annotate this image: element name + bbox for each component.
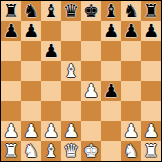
square-h5[interactable] (141, 61, 161, 81)
piece-black-pawn[interactable]: ♟ (23, 21, 39, 41)
piece-black-pawn[interactable]: ♟ (103, 21, 119, 41)
piece-black-bishop[interactable]: ♝ (103, 1, 119, 21)
square-d7[interactable] (61, 21, 81, 41)
square-e3[interactable] (81, 101, 101, 121)
piece-white-knight[interactable]: ♞ (23, 141, 39, 161)
square-b5[interactable] (21, 61, 41, 81)
piece-white-pawn[interactable]: ♟ (43, 121, 59, 141)
chess-board: ♜♞♝♛♚♝♞♜♟♟♟♟♟♟♝♟♟♟♟♟♟♟♟♜♞♝♛♚♞♜ (1, 1, 161, 161)
piece-white-king[interactable]: ♚ (83, 141, 99, 161)
square-h3[interactable] (141, 101, 161, 121)
square-h1[interactable]: ♜ (141, 141, 161, 161)
square-g5[interactable] (121, 61, 141, 81)
square-d6[interactable] (61, 41, 81, 61)
square-f5[interactable] (101, 61, 121, 81)
piece-white-bishop[interactable]: ♝ (43, 141, 59, 161)
piece-black-king[interactable]: ♚ (83, 1, 99, 21)
square-g2[interactable]: ♟ (121, 121, 141, 141)
square-d1[interactable]: ♛ (61, 141, 81, 161)
square-b1[interactable]: ♞ (21, 141, 41, 161)
square-e4[interactable]: ♟ (81, 81, 101, 101)
square-f3[interactable] (101, 101, 121, 121)
square-e7[interactable] (81, 21, 101, 41)
piece-black-pawn[interactable]: ♟ (103, 81, 119, 101)
piece-black-pawn[interactable]: ♟ (3, 21, 19, 41)
square-e2[interactable] (81, 121, 101, 141)
square-e5[interactable] (81, 61, 101, 81)
chess-board-frame: ♜♞♝♛♚♝♞♜♟♟♟♟♟♟♝♟♟♟♟♟♟♟♟♜♞♝♛♚♞♜ (0, 0, 162, 162)
square-c6[interactable]: ♟ (41, 41, 61, 61)
square-a4[interactable] (1, 81, 21, 101)
square-a2[interactable]: ♟ (1, 121, 21, 141)
square-c3[interactable] (41, 101, 61, 121)
square-a3[interactable] (1, 101, 21, 121)
piece-white-rook[interactable]: ♜ (3, 141, 19, 161)
square-c8[interactable]: ♝ (41, 1, 61, 21)
square-b7[interactable]: ♟ (21, 21, 41, 41)
square-g8[interactable]: ♞ (121, 1, 141, 21)
piece-black-knight[interactable]: ♞ (23, 1, 39, 21)
square-a1[interactable]: ♜ (1, 141, 21, 161)
square-c1[interactable]: ♝ (41, 141, 61, 161)
square-g6[interactable] (121, 41, 141, 61)
square-a8[interactable]: ♜ (1, 1, 21, 21)
piece-white-bishop[interactable]: ♝ (63, 61, 79, 81)
square-g3[interactable] (121, 101, 141, 121)
square-d2[interactable]: ♟ (61, 121, 81, 141)
square-f8[interactable]: ♝ (101, 1, 121, 21)
square-c2[interactable]: ♟ (41, 121, 61, 141)
piece-black-rook[interactable]: ♜ (3, 1, 19, 21)
piece-white-pawn[interactable]: ♟ (83, 81, 99, 101)
square-b4[interactable] (21, 81, 41, 101)
square-h7[interactable]: ♟ (141, 21, 161, 41)
square-d4[interactable] (61, 81, 81, 101)
piece-white-pawn[interactable]: ♟ (23, 121, 39, 141)
square-f6[interactable] (101, 41, 121, 61)
square-b6[interactable] (21, 41, 41, 61)
square-d3[interactable] (61, 101, 81, 121)
square-g4[interactable] (121, 81, 141, 101)
square-b8[interactable]: ♞ (21, 1, 41, 21)
square-e6[interactable] (81, 41, 101, 61)
square-d5[interactable]: ♝ (61, 61, 81, 81)
square-h4[interactable] (141, 81, 161, 101)
square-b2[interactable]: ♟ (21, 121, 41, 141)
square-f1[interactable] (101, 141, 121, 161)
square-a7[interactable]: ♟ (1, 21, 21, 41)
piece-white-queen[interactable]: ♛ (63, 141, 79, 161)
piece-white-pawn[interactable]: ♟ (123, 121, 139, 141)
piece-white-rook[interactable]: ♜ (143, 141, 159, 161)
square-g7[interactable]: ♟ (121, 21, 141, 41)
piece-white-pawn[interactable]: ♟ (3, 121, 19, 141)
piece-black-rook[interactable]: ♜ (143, 1, 159, 21)
square-f2[interactable] (101, 121, 121, 141)
piece-black-knight[interactable]: ♞ (123, 1, 139, 21)
square-c4[interactable] (41, 81, 61, 101)
square-e8[interactable]: ♚ (81, 1, 101, 21)
square-c7[interactable] (41, 21, 61, 41)
square-g1[interactable]: ♞ (121, 141, 141, 161)
square-e1[interactable]: ♚ (81, 141, 101, 161)
square-h2[interactable]: ♟ (141, 121, 161, 141)
square-h8[interactable]: ♜ (141, 1, 161, 21)
square-b3[interactable] (21, 101, 41, 121)
square-h6[interactable] (141, 41, 161, 61)
piece-white-knight[interactable]: ♞ (123, 141, 139, 161)
piece-black-pawn[interactable]: ♟ (123, 21, 139, 41)
piece-black-bishop[interactable]: ♝ (43, 1, 59, 21)
piece-black-pawn[interactable]: ♟ (143, 21, 159, 41)
square-a5[interactable] (1, 61, 21, 81)
square-c5[interactable] (41, 61, 61, 81)
piece-black-queen[interactable]: ♛ (63, 1, 79, 21)
square-d8[interactable]: ♛ (61, 1, 81, 21)
square-f7[interactable]: ♟ (101, 21, 121, 41)
piece-black-pawn[interactable]: ♟ (43, 41, 59, 61)
square-a6[interactable] (1, 41, 21, 61)
piece-white-pawn[interactable]: ♟ (143, 121, 159, 141)
piece-white-pawn[interactable]: ♟ (63, 121, 79, 141)
square-f4[interactable]: ♟ (101, 81, 121, 101)
